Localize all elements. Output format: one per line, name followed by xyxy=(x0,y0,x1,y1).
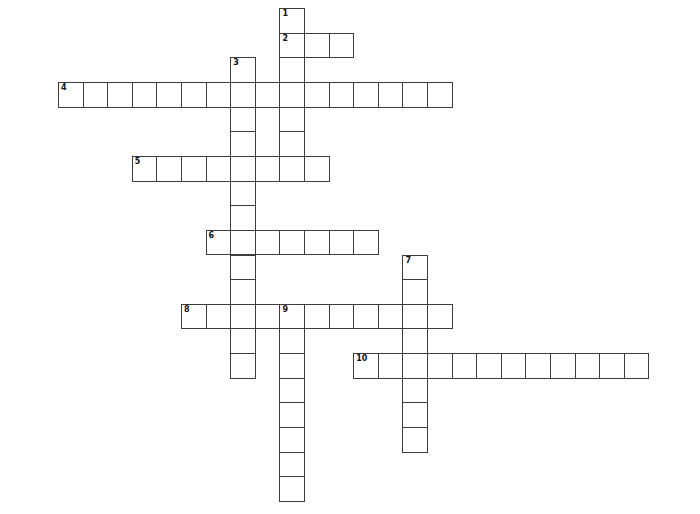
cell-r14c21[interactable] xyxy=(575,353,601,379)
cell-r10c7[interactable] xyxy=(230,255,256,281)
clue-number-6: 6 xyxy=(209,231,215,241)
cell-r3c12[interactable] xyxy=(353,82,379,108)
cell-r7c7[interactable] xyxy=(230,181,256,207)
cell-r13c14[interactable] xyxy=(402,328,428,354)
cell-r3c0[interactable]: 4 xyxy=(58,82,84,108)
clue-number-3: 3 xyxy=(233,58,239,68)
cell-r14c19[interactable] xyxy=(525,353,551,379)
cell-r1c10[interactable] xyxy=(304,33,330,59)
cell-r3c11[interactable] xyxy=(329,82,355,108)
cell-r6c5[interactable] xyxy=(181,156,207,182)
cell-r3c2[interactable] xyxy=(107,82,133,108)
cell-r1c9[interactable]: 2 xyxy=(279,33,305,59)
clue-number-8: 8 xyxy=(184,305,190,315)
cell-r0c9[interactable]: 1 xyxy=(279,8,305,34)
cell-r17c14[interactable] xyxy=(402,427,428,453)
cell-r14c23[interactable] xyxy=(624,353,650,379)
clue-number-5: 5 xyxy=(135,157,141,167)
cell-r3c4[interactable] xyxy=(156,82,182,108)
cell-r2c7[interactable]: 3 xyxy=(230,57,256,83)
clue-number-1: 1 xyxy=(282,9,288,19)
cell-r14c17[interactable] xyxy=(476,353,502,379)
cell-r10c14[interactable]: 7 xyxy=(402,255,428,281)
cell-r6c6[interactable] xyxy=(206,156,232,182)
cell-r18c9[interactable] xyxy=(279,452,305,478)
cell-r9c12[interactable] xyxy=(353,230,379,256)
cell-r12c8[interactable] xyxy=(255,304,281,330)
cell-r14c14[interactable] xyxy=(402,353,428,379)
cell-r3c13[interactable] xyxy=(378,82,404,108)
cell-r6c9[interactable] xyxy=(279,156,305,182)
cell-r12c10[interactable] xyxy=(304,304,330,330)
cell-r4c7[interactable] xyxy=(230,107,256,133)
cell-r12c12[interactable] xyxy=(353,304,379,330)
cell-r15c14[interactable] xyxy=(402,378,428,404)
cell-r3c3[interactable] xyxy=(132,82,158,108)
cell-r3c10[interactable] xyxy=(304,82,330,108)
crossword-grid: 12345678910 xyxy=(0,0,700,514)
cell-r3c6[interactable] xyxy=(206,82,232,108)
cell-r6c7[interactable] xyxy=(230,156,256,182)
cell-r3c7[interactable] xyxy=(230,82,256,108)
cell-r17c9[interactable] xyxy=(279,427,305,453)
crossword-page: 12345678910 xyxy=(0,0,700,514)
clue-number-9: 9 xyxy=(282,305,288,315)
cell-r6c8[interactable] xyxy=(255,156,281,182)
cell-r3c1[interactable] xyxy=(83,82,109,108)
cell-r9c6[interactable]: 6 xyxy=(206,230,232,256)
cell-r5c9[interactable] xyxy=(279,131,305,157)
cell-r16c9[interactable] xyxy=(279,402,305,428)
cell-r14c18[interactable] xyxy=(501,353,527,379)
cell-r14c22[interactable] xyxy=(599,353,625,379)
cell-r5c7[interactable] xyxy=(230,131,256,157)
clue-number-4: 4 xyxy=(61,83,67,93)
clue-number-10: 10 xyxy=(356,354,367,364)
cell-r6c3[interactable]: 5 xyxy=(132,156,158,182)
cell-r13c9[interactable] xyxy=(279,328,305,354)
clue-number-7: 7 xyxy=(405,256,411,266)
cell-r15c9[interactable] xyxy=(279,378,305,404)
cell-r14c16[interactable] xyxy=(452,353,478,379)
cell-r12c11[interactable] xyxy=(329,304,355,330)
cell-r6c10[interactable] xyxy=(304,156,330,182)
cell-r12c5[interactable]: 8 xyxy=(181,304,207,330)
cell-r14c7[interactable] xyxy=(230,353,256,379)
cell-r13c7[interactable] xyxy=(230,328,256,354)
cell-r9c11[interactable] xyxy=(329,230,355,256)
cell-r14c20[interactable] xyxy=(550,353,576,379)
cell-r9c8[interactable] xyxy=(255,230,281,256)
cell-r4c9[interactable] xyxy=(279,107,305,133)
cell-r14c12[interactable]: 10 xyxy=(353,353,379,379)
cell-r11c7[interactable] xyxy=(230,279,256,305)
cell-r16c14[interactable] xyxy=(402,402,428,428)
cell-r8c7[interactable] xyxy=(230,205,256,231)
cell-r12c6[interactable] xyxy=(206,304,232,330)
cell-r14c13[interactable] xyxy=(378,353,404,379)
cell-r1c11[interactable] xyxy=(329,33,355,59)
cell-r11c14[interactable] xyxy=(402,279,428,305)
cell-r9c7[interactable] xyxy=(230,230,256,256)
cell-r9c9[interactable] xyxy=(279,230,305,256)
cell-r3c8[interactable] xyxy=(255,82,281,108)
cell-r3c14[interactable] xyxy=(402,82,428,108)
cell-r12c9[interactable]: 9 xyxy=(279,304,305,330)
cell-r2c9[interactable] xyxy=(279,57,305,83)
cell-r12c13[interactable] xyxy=(378,304,404,330)
cell-r12c14[interactable] xyxy=(402,304,428,330)
cell-r3c15[interactable] xyxy=(427,82,453,108)
cell-r3c5[interactable] xyxy=(181,82,207,108)
cell-r9c10[interactable] xyxy=(304,230,330,256)
cell-r14c9[interactable] xyxy=(279,353,305,379)
cell-r12c7[interactable] xyxy=(230,304,256,330)
cell-r14c15[interactable] xyxy=(427,353,453,379)
cell-r6c4[interactable] xyxy=(156,156,182,182)
clue-number-2: 2 xyxy=(282,34,288,44)
cell-r19c9[interactable] xyxy=(279,476,305,502)
cell-r12c15[interactable] xyxy=(427,304,453,330)
cell-r3c9[interactable] xyxy=(279,82,305,108)
